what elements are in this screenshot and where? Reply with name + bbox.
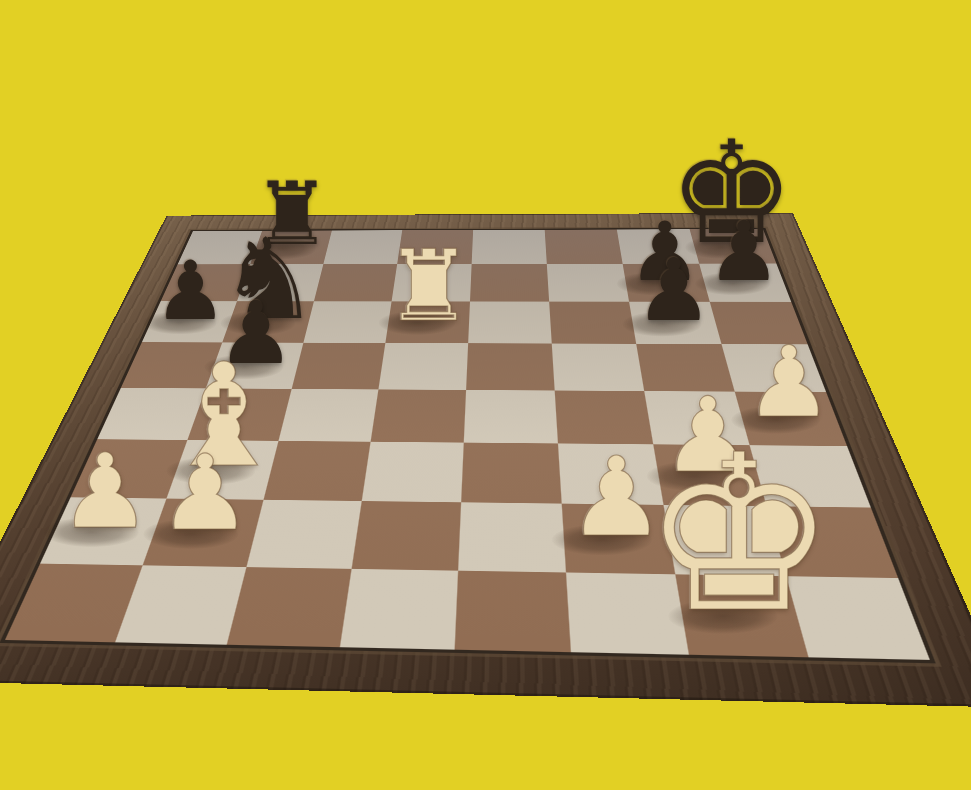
square-e6[interactable] <box>468 301 552 343</box>
square-e8[interactable] <box>472 230 547 264</box>
square-e5[interactable] <box>466 343 555 390</box>
piece-white-king-g1[interactable]: ♚ <box>642 426 836 642</box>
square-d1[interactable] <box>340 569 458 650</box>
piece-black-pawn-g6[interactable]: ♟ <box>635 247 712 333</box>
square-e1[interactable] <box>455 571 571 653</box>
square-f6[interactable] <box>549 302 636 344</box>
square-c5[interactable] <box>292 343 386 390</box>
square-f5[interactable] <box>552 344 644 392</box>
page-background: ♜♚♟♟♟♞♟♜♟♟♝♟♟♟♟♚ <box>0 0 971 790</box>
square-d4[interactable] <box>371 389 466 442</box>
square-f7[interactable] <box>547 264 629 302</box>
piece-black-pawn-h7[interactable]: ♟ <box>707 210 781 292</box>
square-c2[interactable] <box>246 500 361 569</box>
square-e2[interactable] <box>458 502 566 572</box>
square-e3[interactable] <box>461 443 562 504</box>
square-e4[interactable] <box>464 390 558 443</box>
piece-white-pawn-b2[interactable]: ♟ <box>158 441 252 545</box>
square-c1[interactable] <box>227 567 352 647</box>
piece-white-rook-d6[interactable]: ♜ <box>385 236 473 334</box>
square-d5[interactable] <box>378 343 468 390</box>
square-c4[interactable] <box>278 389 378 442</box>
square-e7[interactable] <box>470 264 549 302</box>
square-d2[interactable] <box>352 501 462 571</box>
square-d3[interactable] <box>362 442 464 503</box>
square-f8[interactable] <box>545 230 623 264</box>
piece-white-pawn-a2[interactable]: ♟ <box>59 440 151 543</box>
